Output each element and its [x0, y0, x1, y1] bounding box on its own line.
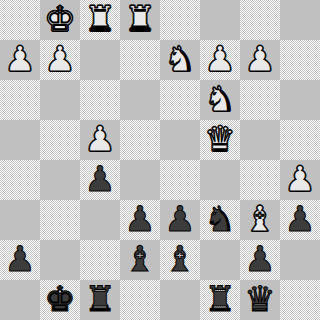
piece-black-pawn[interactable]: ♟ — [244, 240, 275, 279]
piece-white-rook[interactable]: ♜ — [124, 0, 155, 39]
piece-black-king[interactable]: ♚ — [44, 280, 75, 319]
piece-white-pawn[interactable]: ♟ — [244, 40, 275, 79]
piece-black-pawn[interactable]: ♟ — [124, 200, 155, 239]
square-b4[interactable] — [40, 160, 80, 200]
piece-white-pawn[interactable]: ♟ — [44, 40, 75, 79]
square-a3[interactable] — [0, 200, 40, 240]
square-h1[interactable] — [280, 280, 320, 320]
piece-white-knight[interactable]: ♞ — [204, 80, 235, 119]
square-d6[interactable] — [120, 80, 160, 120]
piece-white-knight[interactable]: ♞ — [164, 40, 195, 79]
square-c3[interactable] — [80, 200, 120, 240]
square-e7[interactable]: ♞ — [160, 40, 200, 80]
square-d3[interactable]: ♟ — [120, 200, 160, 240]
piece-black-knight[interactable]: ♞ — [204, 200, 235, 239]
square-g3[interactable]: ♝ — [240, 200, 280, 240]
piece-black-bishop[interactable]: ♝ — [124, 240, 155, 279]
square-a1[interactable] — [0, 280, 40, 320]
square-d5[interactable] — [120, 120, 160, 160]
square-c4[interactable]: ♟ — [80, 160, 120, 200]
square-f3[interactable]: ♞ — [200, 200, 240, 240]
piece-white-bishop[interactable]: ♝ — [244, 200, 275, 239]
square-g5[interactable] — [240, 120, 280, 160]
square-f8[interactable] — [200, 0, 240, 40]
piece-black-pawn[interactable]: ♟ — [84, 160, 115, 199]
chess-app-window: ♚♜♜♟♟♞♟♟♞♟♛♟♟♟♟♞♝♟♟♝♝♟♚♜♜♛ — [0, 0, 320, 320]
piece-black-queen[interactable]: ♛ — [244, 280, 275, 319]
square-a2[interactable]: ♟ — [0, 240, 40, 280]
square-h4[interactable]: ♟ — [280, 160, 320, 200]
square-a4[interactable] — [0, 160, 40, 200]
piece-white-king[interactable]: ♚ — [44, 0, 75, 39]
square-h2[interactable] — [280, 240, 320, 280]
piece-white-queen[interactable]: ♛ — [204, 120, 235, 159]
piece-black-pawn[interactable]: ♟ — [284, 200, 315, 239]
square-c1[interactable]: ♜ — [80, 280, 120, 320]
square-g2[interactable]: ♟ — [240, 240, 280, 280]
square-h3[interactable]: ♟ — [280, 200, 320, 240]
square-g4[interactable] — [240, 160, 280, 200]
square-c5[interactable]: ♟ — [80, 120, 120, 160]
piece-white-pawn[interactable]: ♟ — [284, 160, 315, 199]
square-e8[interactable] — [160, 0, 200, 40]
square-a6[interactable] — [0, 80, 40, 120]
square-e4[interactable] — [160, 160, 200, 200]
square-e2[interactable]: ♝ — [160, 240, 200, 280]
square-d1[interactable] — [120, 280, 160, 320]
square-d7[interactable] — [120, 40, 160, 80]
square-b5[interactable] — [40, 120, 80, 160]
chess-board: ♚♜♜♟♟♞♟♟♞♟♛♟♟♟♟♞♝♟♟♝♝♟♚♜♜♛ — [0, 0, 320, 320]
square-f6[interactable]: ♞ — [200, 80, 240, 120]
square-g1[interactable]: ♛ — [240, 280, 280, 320]
square-e1[interactable] — [160, 280, 200, 320]
piece-black-bishop[interactable]: ♝ — [164, 240, 195, 279]
square-h7[interactable] — [280, 40, 320, 80]
square-d8[interactable]: ♜ — [120, 0, 160, 40]
piece-white-rook[interactable]: ♜ — [84, 0, 115, 39]
square-c6[interactable] — [80, 80, 120, 120]
piece-white-pawn[interactable]: ♟ — [84, 120, 115, 159]
square-d4[interactable] — [120, 160, 160, 200]
square-f5[interactable]: ♛ — [200, 120, 240, 160]
piece-white-pawn[interactable]: ♟ — [204, 40, 235, 79]
square-c8[interactable]: ♜ — [80, 0, 120, 40]
square-b8[interactable]: ♚ — [40, 0, 80, 40]
square-d2[interactable]: ♝ — [120, 240, 160, 280]
square-h6[interactable] — [280, 80, 320, 120]
piece-black-pawn[interactable]: ♟ — [164, 200, 195, 239]
square-e3[interactable]: ♟ — [160, 200, 200, 240]
square-h8[interactable] — [280, 0, 320, 40]
square-e5[interactable] — [160, 120, 200, 160]
square-f1[interactable]: ♜ — [200, 280, 240, 320]
piece-black-rook[interactable]: ♜ — [204, 280, 235, 319]
square-h5[interactable] — [280, 120, 320, 160]
square-b1[interactable]: ♚ — [40, 280, 80, 320]
square-b7[interactable]: ♟ — [40, 40, 80, 80]
square-g7[interactable]: ♟ — [240, 40, 280, 80]
square-f4[interactable] — [200, 160, 240, 200]
square-e6[interactable] — [160, 80, 200, 120]
square-a7[interactable]: ♟ — [0, 40, 40, 80]
square-b6[interactable] — [40, 80, 80, 120]
square-f2[interactable] — [200, 240, 240, 280]
piece-black-pawn[interactable]: ♟ — [4, 240, 35, 279]
piece-white-pawn[interactable]: ♟ — [4, 40, 35, 79]
piece-black-rook[interactable]: ♜ — [84, 280, 115, 319]
square-a8[interactable] — [0, 0, 40, 40]
square-b3[interactable] — [40, 200, 80, 240]
square-c7[interactable] — [80, 40, 120, 80]
square-g8[interactable] — [240, 0, 280, 40]
square-f7[interactable]: ♟ — [200, 40, 240, 80]
square-b2[interactable] — [40, 240, 80, 280]
square-a5[interactable] — [0, 120, 40, 160]
square-g6[interactable] — [240, 80, 280, 120]
square-c2[interactable] — [80, 240, 120, 280]
